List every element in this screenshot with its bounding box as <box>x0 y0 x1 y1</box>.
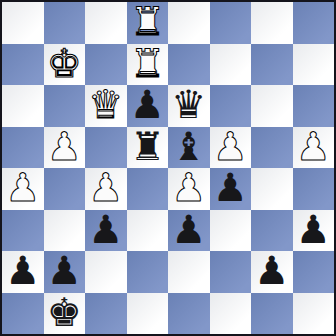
square-f2[interactable] <box>210 251 252 293</box>
white-king-icon: ♚ <box>47 44 82 83</box>
square-c2[interactable] <box>85 251 127 293</box>
square-a4[interactable]: ♟ <box>2 168 44 210</box>
square-h7[interactable] <box>293 44 335 86</box>
white-pawn-icon: ♟ <box>171 168 206 207</box>
square-f8[interactable] <box>210 2 252 44</box>
square-g8[interactable] <box>251 2 293 44</box>
white-pawn-icon: ♟ <box>88 168 123 207</box>
square-b3[interactable] <box>44 210 86 252</box>
square-h4[interactable] <box>293 168 335 210</box>
black-pawn-icon: ♟ <box>213 168 248 207</box>
black-bishop-icon: ♝ <box>171 127 206 166</box>
square-c6[interactable]: ♛ <box>85 85 127 127</box>
square-d4[interactable] <box>127 168 169 210</box>
square-b4[interactable] <box>44 168 86 210</box>
square-g1[interactable] <box>251 293 293 335</box>
black-king-icon: ♚ <box>47 293 82 332</box>
square-d6[interactable]: ♟ <box>127 85 169 127</box>
square-a5[interactable] <box>2 127 44 169</box>
square-a7[interactable] <box>2 44 44 86</box>
square-f5[interactable]: ♟ <box>210 127 252 169</box>
white-pawn-icon: ♟ <box>5 168 40 207</box>
white-pawn-icon: ♟ <box>47 127 82 166</box>
white-queen-icon: ♛ <box>88 85 123 124</box>
chess-board: ♜♚♜♛♟♛♟♜♝♟♟♟♟♟♟♟♟♟♟♟♟♚ <box>0 0 336 336</box>
square-f3[interactable] <box>210 210 252 252</box>
square-e3[interactable]: ♟ <box>168 210 210 252</box>
white-rook-icon: ♜ <box>130 2 165 41</box>
square-e2[interactable] <box>168 251 210 293</box>
square-d1[interactable] <box>127 293 169 335</box>
square-g3[interactable] <box>251 210 293 252</box>
square-f4[interactable]: ♟ <box>210 168 252 210</box>
white-rook-icon: ♜ <box>130 44 165 83</box>
square-e8[interactable] <box>168 2 210 44</box>
square-e5[interactable]: ♝ <box>168 127 210 169</box>
square-c1[interactable] <box>85 293 127 335</box>
square-h8[interactable] <box>293 2 335 44</box>
square-g6[interactable] <box>251 85 293 127</box>
black-rook-icon: ♜ <box>130 127 165 166</box>
square-g4[interactable] <box>251 168 293 210</box>
square-h6[interactable] <box>293 85 335 127</box>
black-pawn-icon: ♟ <box>88 210 123 249</box>
square-e6[interactable]: ♛ <box>168 85 210 127</box>
black-pawn-icon: ♟ <box>171 210 206 249</box>
square-e1[interactable] <box>168 293 210 335</box>
square-d7[interactable]: ♜ <box>127 44 169 86</box>
square-b2[interactable]: ♟ <box>44 251 86 293</box>
square-b6[interactable] <box>44 85 86 127</box>
square-c7[interactable] <box>85 44 127 86</box>
square-a8[interactable] <box>2 2 44 44</box>
square-a2[interactable]: ♟ <box>2 251 44 293</box>
white-pawn-icon: ♟ <box>213 127 248 166</box>
square-f1[interactable] <box>210 293 252 335</box>
square-d3[interactable] <box>127 210 169 252</box>
square-c5[interactable] <box>85 127 127 169</box>
square-b8[interactable] <box>44 2 86 44</box>
square-a3[interactable] <box>2 210 44 252</box>
black-queen-icon: ♛ <box>171 85 206 124</box>
square-c8[interactable] <box>85 2 127 44</box>
square-f7[interactable] <box>210 44 252 86</box>
square-e4[interactable]: ♟ <box>168 168 210 210</box>
square-d8[interactable]: ♜ <box>127 2 169 44</box>
square-g7[interactable] <box>251 44 293 86</box>
square-b7[interactable]: ♚ <box>44 44 86 86</box>
black-pawn-icon: ♟ <box>47 251 82 290</box>
black-pawn-icon: ♟ <box>254 251 289 290</box>
square-a1[interactable] <box>2 293 44 335</box>
black-pawn-icon: ♟ <box>5 251 40 290</box>
square-h1[interactable] <box>293 293 335 335</box>
square-d2[interactable] <box>127 251 169 293</box>
square-h5[interactable]: ♟ <box>293 127 335 169</box>
square-f6[interactable] <box>210 85 252 127</box>
black-pawn-icon: ♟ <box>296 210 331 249</box>
square-c4[interactable]: ♟ <box>85 168 127 210</box>
square-b1[interactable]: ♚ <box>44 293 86 335</box>
square-a6[interactable] <box>2 85 44 127</box>
square-b5[interactable]: ♟ <box>44 127 86 169</box>
square-g2[interactable]: ♟ <box>251 251 293 293</box>
white-pawn-icon: ♟ <box>296 127 331 166</box>
square-e7[interactable] <box>168 44 210 86</box>
square-d5[interactable]: ♜ <box>127 127 169 169</box>
square-c3[interactable]: ♟ <box>85 210 127 252</box>
black-pawn-icon: ♟ <box>130 85 165 124</box>
square-h3[interactable]: ♟ <box>293 210 335 252</box>
square-h2[interactable] <box>293 251 335 293</box>
square-g5[interactable] <box>251 127 293 169</box>
